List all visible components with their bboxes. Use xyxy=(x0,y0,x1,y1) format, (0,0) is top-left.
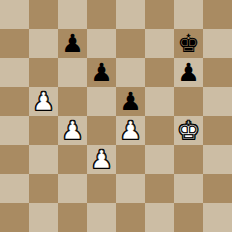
square-c4[interactable]: ♟ xyxy=(58,116,87,145)
square-d4[interactable] xyxy=(87,116,116,145)
square-a2[interactable] xyxy=(0,174,29,203)
square-d3[interactable]: ♟ xyxy=(87,145,116,174)
square-c3[interactable] xyxy=(58,145,87,174)
black-pawn[interactable]: ♟ xyxy=(116,87,145,116)
square-e3[interactable] xyxy=(116,145,145,174)
black-king[interactable]: ♚ xyxy=(174,29,203,58)
square-d5[interactable] xyxy=(87,87,116,116)
square-a6[interactable] xyxy=(0,58,29,87)
square-c2[interactable] xyxy=(58,174,87,203)
square-g2[interactable] xyxy=(174,174,203,203)
square-b3[interactable] xyxy=(29,145,58,174)
square-c5[interactable] xyxy=(58,87,87,116)
square-b6[interactable] xyxy=(29,58,58,87)
square-b7[interactable] xyxy=(29,29,58,58)
square-e6[interactable] xyxy=(116,58,145,87)
square-h4[interactable] xyxy=(203,116,232,145)
square-g6[interactable]: ♟ xyxy=(174,58,203,87)
square-h3[interactable] xyxy=(203,145,232,174)
square-b5[interactable]: ♟ xyxy=(29,87,58,116)
square-a4[interactable] xyxy=(0,116,29,145)
square-d7[interactable] xyxy=(87,29,116,58)
square-c1[interactable] xyxy=(58,203,87,232)
square-e4[interactable]: ♟ xyxy=(116,116,145,145)
square-a5[interactable] xyxy=(0,87,29,116)
square-f2[interactable] xyxy=(145,174,174,203)
square-h1[interactable] xyxy=(203,203,232,232)
square-h6[interactable] xyxy=(203,58,232,87)
square-e1[interactable] xyxy=(116,203,145,232)
square-f1[interactable] xyxy=(145,203,174,232)
square-c8[interactable] xyxy=(58,0,87,29)
square-g3[interactable] xyxy=(174,145,203,174)
chess-board: ♟♚♟♟♟♟♟♟♚♟ xyxy=(0,0,232,232)
square-d2[interactable] xyxy=(87,174,116,203)
square-d6[interactable]: ♟ xyxy=(87,58,116,87)
square-g1[interactable] xyxy=(174,203,203,232)
square-h7[interactable] xyxy=(203,29,232,58)
square-h8[interactable] xyxy=(203,0,232,29)
square-g4[interactable]: ♚ xyxy=(174,116,203,145)
square-a3[interactable] xyxy=(0,145,29,174)
square-f7[interactable] xyxy=(145,29,174,58)
square-f5[interactable] xyxy=(145,87,174,116)
black-pawn[interactable]: ♟ xyxy=(174,58,203,87)
square-e2[interactable] xyxy=(116,174,145,203)
square-e8[interactable] xyxy=(116,0,145,29)
square-b1[interactable] xyxy=(29,203,58,232)
square-d8[interactable] xyxy=(87,0,116,29)
square-h5[interactable] xyxy=(203,87,232,116)
square-a1[interactable] xyxy=(0,203,29,232)
white-pawn[interactable]: ♟ xyxy=(58,116,87,145)
white-pawn[interactable]: ♟ xyxy=(87,145,116,174)
square-d1[interactable] xyxy=(87,203,116,232)
square-c6[interactable] xyxy=(58,58,87,87)
square-a8[interactable] xyxy=(0,0,29,29)
square-f3[interactable] xyxy=(145,145,174,174)
square-c7[interactable]: ♟ xyxy=(58,29,87,58)
square-a7[interactable] xyxy=(0,29,29,58)
square-f8[interactable] xyxy=(145,0,174,29)
square-b4[interactable] xyxy=(29,116,58,145)
black-pawn[interactable]: ♟ xyxy=(87,58,116,87)
black-pawn[interactable]: ♟ xyxy=(58,29,87,58)
square-f6[interactable] xyxy=(145,58,174,87)
square-g7[interactable]: ♚ xyxy=(174,29,203,58)
square-b2[interactable] xyxy=(29,174,58,203)
square-e7[interactable] xyxy=(116,29,145,58)
white-king[interactable]: ♚ xyxy=(174,116,203,145)
white-pawn[interactable]: ♟ xyxy=(116,116,145,145)
square-g5[interactable] xyxy=(174,87,203,116)
square-b8[interactable] xyxy=(29,0,58,29)
square-f4[interactable] xyxy=(145,116,174,145)
square-e5[interactable]: ♟ xyxy=(116,87,145,116)
square-g8[interactable] xyxy=(174,0,203,29)
white-pawn[interactable]: ♟ xyxy=(29,87,58,116)
square-h2[interactable] xyxy=(203,174,232,203)
